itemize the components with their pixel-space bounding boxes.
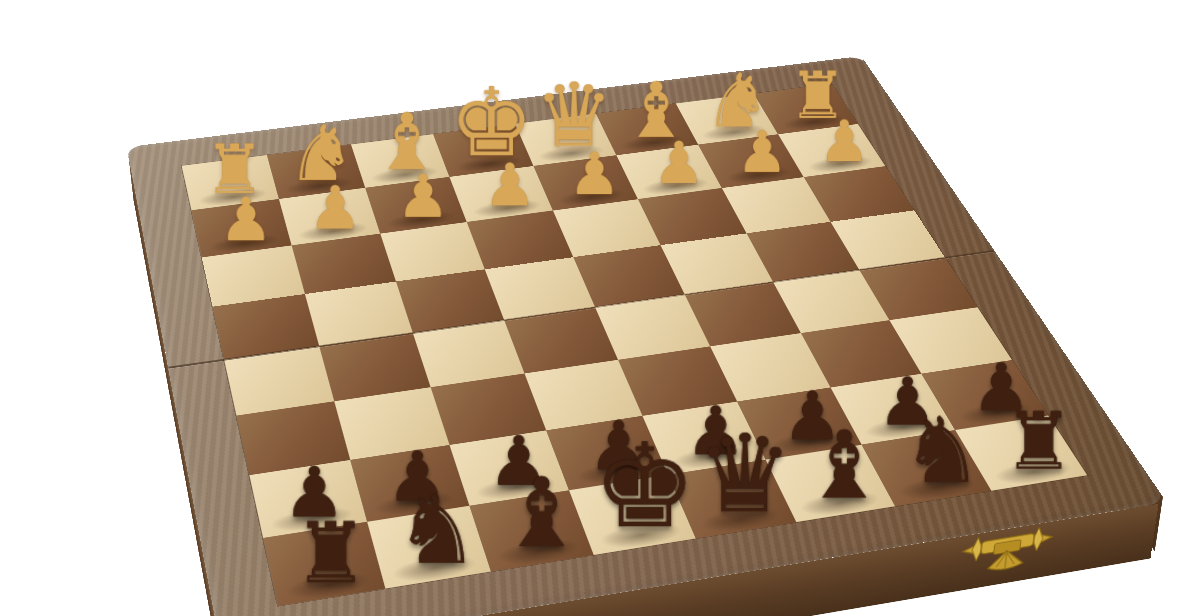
black-rook[interactable]: ♜ — [294, 511, 369, 595]
square-h8[interactable]: ♜ — [263, 522, 385, 606]
black-knight[interactable]: ♞ — [902, 406, 983, 497]
square-h3[interactable] — [202, 245, 305, 307]
black-bishop[interactable]: ♝ — [499, 465, 585, 561]
black-queen[interactable]: ♛ — [697, 420, 794, 528]
board-scene: ♜♞♝♚♛♝♞♜♟♟♟♟♟♟♟♟♟♟♟♟♟♟♟♟♜♞♝♚♛♝♞♜ — [0, 0, 1200, 616]
white-pawn[interactable]: ♟ — [219, 190, 273, 250]
white-pawn[interactable]: ♟ — [483, 156, 536, 215]
board-squares: ♜♞♝♚♛♝♞♜♟♟♟♟♟♟♟♟♟♟♟♟♟♟♟♟♜♞♝♚♛♝♞♜ — [182, 84, 1087, 606]
chess-board-box: ♜♞♝♚♛♝♞♜♟♟♟♟♟♟♟♟♟♟♟♟♟♟♟♟♜♞♝♚♛♝♞♜ — [127, 56, 1167, 616]
square-e8[interactable]: ♚ — [569, 475, 695, 555]
square-e4[interactable] — [485, 257, 595, 320]
white-pawn[interactable]: ♟ — [736, 123, 788, 181]
white-pawn[interactable]: ♟ — [818, 113, 869, 170]
white-pawn[interactable]: ♟ — [396, 167, 449, 226]
black-king[interactable]: ♚ — [592, 429, 696, 545]
black-rook[interactable]: ♜ — [1003, 402, 1074, 481]
square-f8[interactable]: ♝ — [469, 490, 594, 571]
black-knight[interactable]: ♞ — [395, 483, 480, 578]
product-photo-stage: ♜♞♝♚♛♝♞♜♟♟♟♟♟♟♟♟♟♟♟♟♟♟♟♟♜♞♝♚♛♝♞♜ — [0, 0, 1200, 616]
white-pawn[interactable]: ♟ — [569, 145, 621, 203]
black-bishop[interactable]: ♝ — [803, 419, 887, 513]
white-pawn[interactable]: ♟ — [653, 134, 705, 192]
square-b5[interactable] — [772, 270, 889, 333]
square-h5[interactable] — [224, 346, 334, 415]
square-g8[interactable]: ♞ — [367, 506, 490, 588]
white-pawn[interactable]: ♟ — [309, 178, 362, 238]
square-a3[interactable] — [804, 166, 914, 222]
